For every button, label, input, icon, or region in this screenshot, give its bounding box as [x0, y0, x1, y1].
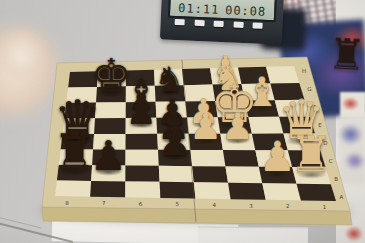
captured-black-piece[interactable]: ♜	[327, 33, 365, 77]
rank-label-6: 6	[139, 201, 143, 207]
piece-black-pawn-e6[interactable]: ♟	[124, 95, 158, 129]
piece-black-pawn-c5[interactable]: ♟	[156, 123, 194, 161]
board-square-a3[interactable]	[228, 183, 266, 200]
board-square-c6[interactable]	[125, 150, 158, 166]
board-square-c3[interactable]	[223, 150, 259, 167]
file-label-H: H	[302, 68, 306, 74]
board-square-a5[interactable]	[160, 182, 196, 199]
board-square-c4[interactable]	[190, 150, 225, 166]
rank-label-3: 3	[249, 203, 253, 209]
board-square-a2[interactable]	[262, 183, 301, 200]
rank-label-5: 5	[176, 201, 180, 207]
piece-white-pawn-d3[interactable]: ♟	[220, 109, 256, 145]
board-square-d6[interactable]	[126, 134, 158, 150]
board-square-a1[interactable]	[297, 184, 336, 201]
board-square-b4[interactable]	[192, 166, 228, 183]
rank-label-8: 8	[65, 200, 69, 206]
rank-label-4: 4	[212, 202, 216, 208]
board-square-b6[interactable]	[125, 166, 159, 182]
file-label-A: A	[339, 194, 343, 200]
board-square-b5[interactable]	[159, 166, 194, 182]
board-square-a4[interactable]	[194, 182, 231, 199]
scene: HGFEDCBA87654321 ♟♚♞♞♝♝♟♟♟♚♛♟♟♟♛♟♜♟♟♜ ♜ …	[0, 0, 365, 243]
piece-black-pawn-b7[interactable]: ♟	[88, 136, 129, 177]
piece-white-rook-b1[interactable]: ♜	[287, 130, 336, 179]
rank-label-1: 1	[323, 204, 327, 210]
rank-label-7: 7	[102, 200, 106, 206]
board-square-a7[interactable]	[90, 181, 125, 197]
rank-label-2: 2	[286, 203, 290, 209]
board-square-a6[interactable]	[125, 181, 160, 197]
board-square-a8[interactable]	[55, 181, 91, 197]
